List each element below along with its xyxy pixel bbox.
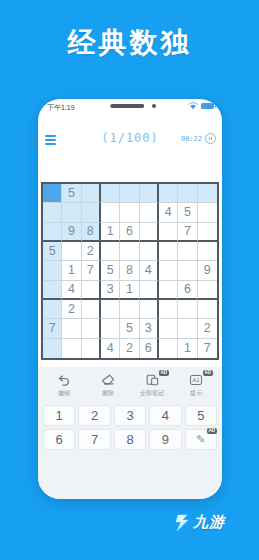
sudoku-cell-r3c2[interactable]: 2 <box>82 242 101 261</box>
9game-logo-icon <box>174 514 190 532</box>
camera-dot-icon <box>152 104 156 108</box>
sudoku-cell-r4c2[interactable]: 7 <box>82 261 101 280</box>
wifi-icon <box>188 102 198 110</box>
sudoku-cell-r8c0[interactable] <box>43 339 62 358</box>
sudoku-cell-r7c5[interactable]: 3 <box>140 319 159 338</box>
sudoku-cell-r8c6[interactable] <box>159 339 178 358</box>
sudoku-cell-r3c6[interactable] <box>159 242 178 261</box>
sudoku-cell-r4c4[interactable]: 8 <box>120 261 139 280</box>
sudoku-cell-r2c4[interactable]: 6 <box>120 223 139 242</box>
sudoku-cell-r0c3[interactable] <box>101 184 120 203</box>
sudoku-cell-r2c2[interactable]: 8 <box>82 223 101 242</box>
numpad-key-6[interactable]: 6 <box>43 429 75 450</box>
sudoku-cell-r6c2[interactable] <box>82 300 101 319</box>
erase-label: 擦除 <box>102 389 114 398</box>
sudoku-cell-r6c0[interactable] <box>43 300 62 319</box>
sudoku-cell-r2c3[interactable]: 1 <box>101 223 120 242</box>
sudoku-cell-r8c3[interactable]: 4 <box>101 339 120 358</box>
sudoku-cell-r6c4[interactable] <box>120 300 139 319</box>
numpad-key-5[interactable]: 5 <box>185 405 217 426</box>
undo-label: 撤销 <box>58 389 70 398</box>
sudoku-cell-r1c2[interactable] <box>82 203 101 222</box>
sudoku-cell-r5c6[interactable] <box>159 281 178 300</box>
game-timer: 00:22 <box>181 135 202 143</box>
sudoku-cell-r2c7[interactable]: 7 <box>178 223 197 242</box>
sudoku-cell-r0c4[interactable] <box>120 184 139 203</box>
sudoku-cell-r5c7[interactable]: 6 <box>178 281 197 300</box>
page-title: 经典数独 <box>0 24 259 62</box>
sudoku-cell-r2c6[interactable] <box>159 223 178 242</box>
undo-button[interactable]: 撤销 <box>45 373 83 398</box>
numpad: 123456789AD✎ <box>38 400 222 450</box>
hint-label: 提示 <box>190 389 202 398</box>
sudoku-cell-r0c8[interactable] <box>198 184 217 203</box>
notch <box>110 104 144 108</box>
sudoku-cell-r1c4[interactable] <box>120 203 139 222</box>
sudoku-cell-r1c5[interactable] <box>140 203 159 222</box>
sudoku-cell-r3c0[interactable]: 5 <box>43 242 62 261</box>
sudoku-cell-r7c3[interactable] <box>101 319 120 338</box>
sudoku-cell-r1c3[interactable] <box>101 203 120 222</box>
erase-button[interactable]: 擦除 <box>89 373 127 398</box>
sudoku-cell-r0c7[interactable] <box>178 184 197 203</box>
undo-icon <box>58 373 71 387</box>
sudoku-cell-r5c1[interactable]: 4 <box>62 281 81 300</box>
numpad-key-2[interactable]: 2 <box>78 405 110 426</box>
sudoku-cell-r8c5[interactable]: 6 <box>140 339 159 358</box>
sudoku-cell-r1c8[interactable] <box>198 203 217 222</box>
sudoku-cell-r8c8[interactable]: 7 <box>198 339 217 358</box>
pause-button[interactable] <box>205 133 216 144</box>
app-header: (1/100) 00:22 <box>38 127 222 153</box>
brand-name: 九游 <box>193 513 225 532</box>
sudoku-cell-r1c1[interactable] <box>62 203 81 222</box>
sudoku-cell-r6c6[interactable] <box>159 300 178 319</box>
sudoku-cell-r7c2[interactable] <box>82 319 101 338</box>
sudoku-cell-r5c5[interactable] <box>140 281 159 300</box>
toolbar: 撤销 擦除 AD 全部笔记 AD A1 提示 <box>38 367 222 400</box>
sudoku-cell-r1c6[interactable]: 4 <box>159 203 178 222</box>
all-notes-button[interactable]: AD 全部笔记 <box>133 373 171 398</box>
sudoku-cell-r5c8[interactable] <box>198 281 217 300</box>
battery-icon <box>201 103 214 109</box>
status-time: 下午1:19 <box>47 103 75 113</box>
numpad-key-4[interactable]: 4 <box>149 405 181 426</box>
sudoku-cell-r8c2[interactable] <box>82 339 101 358</box>
all-notes-label: 全部笔记 <box>140 389 164 398</box>
sudoku-cell-r2c0[interactable] <box>43 223 62 242</box>
sudoku-cell-r4c3[interactable]: 5 <box>101 261 120 280</box>
sudoku-cell-r6c5[interactable] <box>140 300 159 319</box>
sudoku-board: 545981675217584943162753242617 <box>41 182 219 360</box>
sudoku-cell-r4c7[interactable] <box>178 261 197 280</box>
sudoku-cell-r3c3[interactable] <box>101 242 120 261</box>
sudoku-cell-r4c6[interactable] <box>159 261 178 280</box>
sudoku-cell-r7c4[interactable]: 5 <box>120 319 139 338</box>
sudoku-cell-r2c5[interactable] <box>140 223 159 242</box>
numpad-key-9[interactable]: 9 <box>149 429 181 450</box>
sudoku-cell-r4c1[interactable]: 1 <box>62 261 81 280</box>
sudoku-cell-r3c5[interactable] <box>140 242 159 261</box>
pencil-icon: ✎ <box>196 433 205 446</box>
sudoku-cell-r5c4[interactable]: 1 <box>120 281 139 300</box>
phone-mockup: 下午1:19 (1/100) 00:22 5459816752175849431… <box>38 99 222 499</box>
pencil-ad-badge: AD <box>207 428 218 434</box>
sudoku-cell-r3c4[interactable] <box>120 242 139 261</box>
sudoku-cell-r8c1[interactable] <box>62 339 81 358</box>
sudoku-cell-r6c1[interactable]: 2 <box>62 300 81 319</box>
sudoku-cell-r1c7[interactable]: 5 <box>178 203 197 222</box>
sudoku-cell-r5c3[interactable]: 3 <box>101 281 120 300</box>
hint-button[interactable]: AD A1 提示 <box>177 373 215 398</box>
numpad-key-3[interactable]: 3 <box>114 405 146 426</box>
numpad-key-1[interactable]: 1 <box>43 405 75 426</box>
control-panel: 撤销 擦除 AD 全部笔记 AD A1 提示 123456789AD✎ <box>38 367 222 499</box>
sudoku-cell-r6c3[interactable] <box>101 300 120 319</box>
sudoku-cell-r7c8[interactable]: 2 <box>198 319 217 338</box>
numpad-key-7[interactable]: 7 <box>78 429 110 450</box>
sudoku-cell-r0c0[interactable] <box>43 184 62 203</box>
sudoku-cell-r3c1[interactable] <box>62 242 81 261</box>
eraser-icon <box>101 373 115 387</box>
sudoku-cell-r7c1[interactable] <box>62 319 81 338</box>
hint-icon: A1 <box>190 373 201 387</box>
sudoku-cell-r4c8[interactable]: 9 <box>198 261 217 280</box>
notes-icon <box>146 373 159 387</box>
notes-ad-badge: AD <box>159 370 170 376</box>
sudoku-cell-r6c7[interactable] <box>178 300 197 319</box>
sudoku-cell-r8c4[interactable]: 2 <box>120 339 139 358</box>
sudoku-cell-r4c0[interactable] <box>43 261 62 280</box>
status-bar: 下午1:19 <box>38 99 222 117</box>
hint-ad-badge: AD <box>203 370 214 376</box>
sudoku-cell-r0c1[interactable]: 5 <box>62 184 81 203</box>
sudoku-cell-r5c0[interactable] <box>43 281 62 300</box>
sudoku-cell-r2c1[interactable]: 9 <box>62 223 81 242</box>
sudoku-cell-r8c7[interactable]: 1 <box>178 339 197 358</box>
sudoku-cell-r1c0[interactable] <box>43 203 62 222</box>
sudoku-cell-r0c5[interactable] <box>140 184 159 203</box>
sudoku-cell-r6c8[interactable] <box>198 300 217 319</box>
sudoku-cell-r2c8[interactable] <box>198 223 217 242</box>
sudoku-cell-r7c7[interactable] <box>178 319 197 338</box>
sudoku-cell-r7c6[interactable] <box>159 319 178 338</box>
sudoku-cell-r3c8[interactable] <box>198 242 217 261</box>
footer-brand: 九游 <box>174 513 225 532</box>
sudoku-cell-r0c2[interactable] <box>82 184 101 203</box>
sudoku-cell-r3c7[interactable] <box>178 242 197 261</box>
pencil-button[interactable]: AD✎ <box>185 429 217 450</box>
numpad-key-8[interactable]: 8 <box>114 429 146 450</box>
sudoku-cell-r0c6[interactable] <box>159 184 178 203</box>
sudoku-cell-r5c2[interactable] <box>82 281 101 300</box>
sudoku-cell-r4c5[interactable]: 4 <box>140 261 159 280</box>
sudoku-cell-r7c0[interactable]: 7 <box>43 319 62 338</box>
